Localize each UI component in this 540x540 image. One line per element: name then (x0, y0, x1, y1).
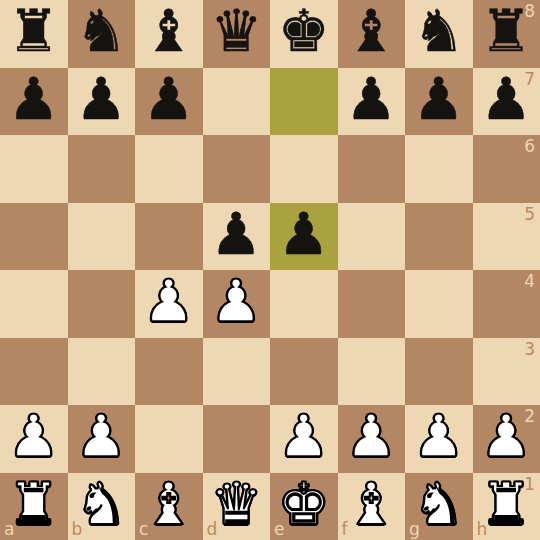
black-pawn[interactable]: ♟ (75, 66, 127, 134)
square-f5[interactable] (338, 203, 406, 271)
square-c5[interactable] (135, 203, 203, 271)
square-c3[interactable] (135, 338, 203, 406)
square-d3[interactable] (203, 338, 271, 406)
black-pawn[interactable]: ♟ (210, 201, 262, 269)
square-h4[interactable]: 4 (473, 270, 540, 338)
square-a7[interactable]: ♟ (0, 68, 68, 136)
white-pawn[interactable]: ♟ (75, 403, 127, 471)
square-g5[interactable] (405, 203, 473, 271)
rank-label-7: 7 (524, 71, 535, 88)
square-g4[interactable] (405, 270, 473, 338)
square-a1[interactable]: ♜a (0, 473, 68, 540)
square-d2[interactable] (203, 405, 271, 473)
rank-label-4: 4 (524, 273, 535, 290)
black-bishop[interactable]: ♝ (143, 0, 195, 66)
square-d6[interactable] (203, 135, 271, 203)
rank-label-8: 8 (524, 3, 535, 20)
square-h1[interactable]: ♜1h (473, 473, 540, 540)
file-label-c: c (139, 521, 148, 538)
square-b8[interactable]: ♞ (68, 0, 136, 68)
square-g7[interactable]: ♟ (405, 68, 473, 136)
square-g2[interactable]: ♟ (405, 405, 473, 473)
file-label-e: e (274, 521, 284, 538)
square-f4[interactable] (338, 270, 406, 338)
white-pawn[interactable]: ♟ (345, 403, 397, 471)
file-label-a: a (4, 521, 14, 538)
square-h6[interactable]: 6 (473, 135, 540, 203)
square-c6[interactable] (135, 135, 203, 203)
black-pawn[interactable]: ♟ (345, 66, 397, 134)
square-d8[interactable]: ♛ (203, 0, 271, 68)
square-h3[interactable]: 3 (473, 338, 540, 406)
square-b2[interactable]: ♟ (68, 405, 136, 473)
square-f3[interactable] (338, 338, 406, 406)
black-knight[interactable]: ♞ (75, 0, 127, 66)
rank-label-6: 6 (524, 138, 535, 155)
white-pawn[interactable]: ♟ (278, 403, 330, 471)
square-c2[interactable] (135, 405, 203, 473)
square-g3[interactable] (405, 338, 473, 406)
white-bishop[interactable]: ♝ (345, 471, 397, 539)
square-g8[interactable]: ♞ (405, 0, 473, 68)
black-queen[interactable]: ♛ (210, 0, 262, 66)
square-f1[interactable]: ♝f (338, 473, 406, 540)
white-knight[interactable]: ♞ (413, 471, 465, 539)
square-e4[interactable] (270, 270, 338, 338)
square-a3[interactable] (0, 338, 68, 406)
white-pawn[interactable]: ♟ (413, 403, 465, 471)
square-a6[interactable] (0, 135, 68, 203)
rank-label-5: 5 (524, 206, 535, 223)
white-pawn[interactable]: ♟ (8, 403, 60, 471)
square-d4[interactable]: ♟ (203, 270, 271, 338)
square-e1[interactable]: ♚e (270, 473, 338, 540)
file-label-b: b (72, 521, 83, 538)
black-rook[interactable]: ♜ (8, 0, 60, 66)
white-pawn[interactable]: ♟ (210, 268, 262, 336)
square-d7[interactable] (203, 68, 271, 136)
black-pawn[interactable]: ♟ (413, 66, 465, 134)
square-a5[interactable] (0, 203, 68, 271)
square-h5[interactable]: 5 (473, 203, 540, 271)
square-f6[interactable] (338, 135, 406, 203)
square-b5[interactable] (68, 203, 136, 271)
black-king[interactable]: ♚ (278, 0, 330, 66)
white-knight[interactable]: ♞ (75, 471, 127, 539)
white-rook[interactable]: ♜ (8, 471, 60, 539)
black-pawn[interactable]: ♟ (143, 66, 195, 134)
white-pawn[interactable]: ♟ (143, 268, 195, 336)
file-label-f: f (342, 521, 348, 538)
square-b6[interactable] (68, 135, 136, 203)
square-e3[interactable] (270, 338, 338, 406)
rank-label-3: 3 (524, 341, 535, 358)
square-h7[interactable]: ♟7 (473, 68, 540, 136)
square-a8[interactable]: ♜ (0, 0, 68, 68)
square-b1[interactable]: ♞b (68, 473, 136, 540)
square-c4[interactable]: ♟ (135, 270, 203, 338)
square-e8[interactable]: ♚ (270, 0, 338, 68)
square-d1[interactable]: ♛d (203, 473, 271, 540)
file-label-d: d (207, 521, 218, 538)
black-bishop[interactable]: ♝ (345, 0, 397, 66)
square-e6[interactable] (270, 135, 338, 203)
white-bishop[interactable]: ♝ (143, 471, 195, 539)
black-pawn[interactable]: ♟ (278, 201, 330, 269)
square-c8[interactable]: ♝ (135, 0, 203, 68)
file-label-h: h (477, 521, 488, 538)
rank-label-1: 1 (524, 476, 535, 493)
square-b4[interactable] (68, 270, 136, 338)
square-g1[interactable]: ♞g (405, 473, 473, 540)
square-d5[interactable]: ♟ (203, 203, 271, 271)
square-b3[interactable] (68, 338, 136, 406)
square-h2[interactable]: ♟2 (473, 405, 540, 473)
square-a4[interactable] (0, 270, 68, 338)
white-queen[interactable]: ♛ (210, 471, 262, 539)
square-a2[interactable]: ♟ (0, 405, 68, 473)
square-f8[interactable]: ♝ (338, 0, 406, 68)
file-label-g: g (409, 521, 420, 538)
chess-board: ♜♞♝♛♚♝♞♜8♟♟♟♟♟♟76♟♟5♟♟43♟♟♟♟♟♟2♜a♞b♝c♛d♚… (0, 0, 540, 540)
rank-label-2: 2 (524, 408, 535, 425)
square-f2[interactable]: ♟ (338, 405, 406, 473)
square-c1[interactable]: ♝c (135, 473, 203, 540)
black-pawn[interactable]: ♟ (8, 66, 60, 134)
square-e5[interactable]: ♟ (270, 203, 338, 271)
square-e2[interactable]: ♟ (270, 405, 338, 473)
black-knight[interactable]: ♞ (413, 0, 465, 66)
square-c7[interactable]: ♟ (135, 68, 203, 136)
square-b7[interactable]: ♟ (68, 68, 136, 136)
square-f7[interactable]: ♟ (338, 68, 406, 136)
square-g6[interactable] (405, 135, 473, 203)
square-h8[interactable]: ♜8 (473, 0, 540, 68)
square-e7[interactable] (270, 68, 338, 136)
white-king[interactable]: ♚ (278, 471, 330, 539)
